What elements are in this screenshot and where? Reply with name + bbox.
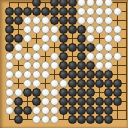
- white-stone[interactable]: [23, 61, 32, 70]
- white-stone[interactable]: [86, 7, 95, 16]
- white-stone[interactable]: [50, 52, 59, 61]
- white-stone[interactable]: [5, 70, 14, 79]
- white-stone[interactable]: [41, 43, 50, 52]
- black-stone[interactable]: [5, 7, 14, 16]
- white-stone[interactable]: [41, 16, 50, 25]
- black-stone[interactable]: [86, 88, 95, 97]
- black-stone[interactable]: [32, 7, 41, 16]
- white-stone[interactable]: [50, 25, 59, 34]
- white-stone[interactable]: [5, 88, 14, 97]
- go-board[interactable]: [0, 0, 128, 128]
- black-stone[interactable]: [68, 106, 77, 115]
- black-stone[interactable]: [59, 34, 68, 43]
- white-stone[interactable]: [104, 0, 113, 7]
- white-stone[interactable]: [113, 25, 122, 34]
- white-stone[interactable]: [14, 88, 23, 97]
- black-stone[interactable]: [41, 7, 50, 16]
- black-stone[interactable]: [5, 25, 14, 34]
- black-stone[interactable]: [23, 7, 32, 16]
- black-stone[interactable]: [86, 43, 95, 52]
- white-stone[interactable]: [77, 16, 86, 25]
- white-stone[interactable]: [41, 61, 50, 70]
- white-stone[interactable]: [32, 79, 41, 88]
- black-stone[interactable]: [14, 16, 23, 25]
- black-stone[interactable]: [14, 7, 23, 16]
- white-stone[interactable]: [95, 0, 104, 7]
- black-stone[interactable]: [5, 34, 14, 43]
- black-stone[interactable]: [86, 115, 95, 124]
- black-stone[interactable]: [68, 25, 77, 34]
- black-stone[interactable]: [23, 106, 32, 115]
- white-stone[interactable]: [104, 16, 113, 25]
- black-stone[interactable]: [32, 88, 41, 97]
- white-stone[interactable]: [5, 97, 14, 106]
- black-stone[interactable]: [104, 88, 113, 97]
- white-stone[interactable]: [23, 16, 32, 25]
- black-stone[interactable]: [95, 70, 104, 79]
- black-stone[interactable]: [14, 34, 23, 43]
- black-stone[interactable]: [5, 43, 14, 52]
- black-stone[interactable]: [59, 97, 68, 106]
- white-stone[interactable]: [50, 61, 59, 70]
- white-stone[interactable]: [50, 106, 59, 115]
- black-stone[interactable]: [68, 97, 77, 106]
- white-stone[interactable]: [50, 97, 59, 106]
- black-stone[interactable]: [95, 97, 104, 106]
- white-stone[interactable]: [104, 7, 113, 16]
- black-stone[interactable]: [113, 97, 122, 106]
- black-stone[interactable]: [68, 0, 77, 7]
- black-stone[interactable]: [77, 115, 86, 124]
- white-stone[interactable]: [32, 70, 41, 79]
- black-stone[interactable]: [68, 88, 77, 97]
- white-stone[interactable]: [86, 34, 95, 43]
- white-stone[interactable]: [50, 34, 59, 43]
- white-stone[interactable]: [32, 43, 41, 52]
- black-stone[interactable]: [23, 88, 32, 97]
- white-stone[interactable]: [41, 97, 50, 106]
- black-stone[interactable]: [59, 61, 68, 70]
- white-stone[interactable]: [95, 7, 104, 16]
- white-stone[interactable]: [95, 25, 104, 34]
- white-stone[interactable]: [23, 25, 32, 34]
- black-stone[interactable]: [95, 115, 104, 124]
- white-stone[interactable]: [77, 7, 86, 16]
- white-stone[interactable]: [32, 52, 41, 61]
- white-stone[interactable]: [32, 61, 41, 70]
- white-stone[interactable]: [50, 88, 59, 97]
- black-stone[interactable]: [68, 70, 77, 79]
- black-stone[interactable]: [77, 88, 86, 97]
- white-stone[interactable]: [104, 25, 113, 34]
- black-stone[interactable]: [68, 7, 77, 16]
- white-stone[interactable]: [95, 16, 104, 25]
- white-stone[interactable]: [113, 52, 122, 61]
- white-stone[interactable]: [32, 16, 41, 25]
- black-stone[interactable]: [95, 106, 104, 115]
- black-stone[interactable]: [59, 7, 68, 16]
- black-stone[interactable]: [59, 0, 68, 7]
- white-stone[interactable]: [77, 0, 86, 7]
- black-stone[interactable]: [59, 43, 68, 52]
- white-stone[interactable]: [86, 0, 95, 7]
- black-stone[interactable]: [113, 79, 122, 88]
- black-stone[interactable]: [86, 79, 95, 88]
- black-stone[interactable]: [59, 70, 68, 79]
- white-stone[interactable]: [5, 79, 14, 88]
- white-stone[interactable]: [23, 79, 32, 88]
- white-stone[interactable]: [104, 61, 113, 70]
- white-stone[interactable]: [41, 25, 50, 34]
- white-stone[interactable]: [41, 70, 50, 79]
- black-stone[interactable]: [77, 79, 86, 88]
- black-stone[interactable]: [104, 106, 113, 115]
- white-stone[interactable]: [86, 52, 95, 61]
- white-stone[interactable]: [113, 7, 122, 16]
- black-stone[interactable]: [86, 97, 95, 106]
- black-stone[interactable]: [59, 88, 68, 97]
- black-stone[interactable]: [77, 43, 86, 52]
- white-stone[interactable]: [41, 88, 50, 97]
- white-stone[interactable]: [41, 115, 50, 124]
- black-stone[interactable]: [59, 106, 68, 115]
- white-stone[interactable]: [14, 43, 23, 52]
- black-stone[interactable]: [104, 115, 113, 124]
- white-stone[interactable]: [32, 115, 41, 124]
- black-stone[interactable]: [14, 97, 23, 106]
- white-stone[interactable]: [41, 106, 50, 115]
- white-stone[interactable]: [14, 52, 23, 61]
- white-stone[interactable]: [32, 25, 41, 34]
- black-stone[interactable]: [32, 0, 41, 7]
- black-stone[interactable]: [86, 61, 95, 70]
- black-stone[interactable]: [77, 52, 86, 61]
- black-stone[interactable]: [77, 106, 86, 115]
- black-stone[interactable]: [95, 79, 104, 88]
- black-stone[interactable]: [86, 106, 95, 115]
- black-stone[interactable]: [14, 106, 23, 115]
- black-stone[interactable]: [68, 79, 77, 88]
- white-stone[interactable]: [86, 16, 95, 25]
- black-stone[interactable]: [77, 25, 86, 34]
- white-stone[interactable]: [104, 52, 113, 61]
- black-stone[interactable]: [77, 70, 86, 79]
- white-stone[interactable]: [59, 79, 68, 88]
- black-stone[interactable]: [77, 61, 86, 70]
- white-stone[interactable]: [5, 52, 14, 61]
- black-stone[interactable]: [77, 34, 86, 43]
- black-stone[interactable]: [50, 7, 59, 16]
- black-stone[interactable]: [104, 97, 113, 106]
- white-stone[interactable]: [86, 25, 95, 34]
- white-stone[interactable]: [104, 43, 113, 52]
- black-stone[interactable]: [32, 97, 41, 106]
- white-stone[interactable]: [95, 61, 104, 70]
- black-stone[interactable]: [5, 16, 14, 25]
- white-stone[interactable]: [41, 34, 50, 43]
- black-stone[interactable]: [68, 61, 77, 70]
- white-stone[interactable]: [32, 106, 41, 115]
- black-stone[interactable]: [14, 115, 23, 124]
- white-stone[interactable]: [50, 79, 59, 88]
- white-stone[interactable]: [14, 70, 23, 79]
- white-stone[interactable]: [95, 43, 104, 52]
- white-stone[interactable]: [104, 34, 113, 43]
- black-stone[interactable]: [77, 97, 86, 106]
- white-stone[interactable]: [23, 70, 32, 79]
- black-stone[interactable]: [113, 88, 122, 97]
- black-stone[interactable]: [50, 16, 59, 25]
- white-stone[interactable]: [23, 34, 32, 43]
- black-stone[interactable]: [59, 25, 68, 34]
- black-stone[interactable]: [86, 70, 95, 79]
- white-stone[interactable]: [23, 52, 32, 61]
- black-stone[interactable]: [59, 16, 68, 25]
- white-stone[interactable]: [5, 106, 14, 115]
- black-stone[interactable]: [104, 79, 113, 88]
- black-stone[interactable]: [50, 0, 59, 7]
- white-stone[interactable]: [113, 34, 122, 43]
- black-stone[interactable]: [104, 70, 113, 79]
- white-stone[interactable]: [5, 61, 14, 70]
- white-stone[interactable]: [50, 115, 59, 124]
- black-stone[interactable]: [68, 43, 77, 52]
- black-stone[interactable]: [68, 16, 77, 25]
- black-stone[interactable]: [59, 52, 68, 61]
- white-stone[interactable]: [95, 52, 104, 61]
- black-stone[interactable]: [68, 115, 77, 124]
